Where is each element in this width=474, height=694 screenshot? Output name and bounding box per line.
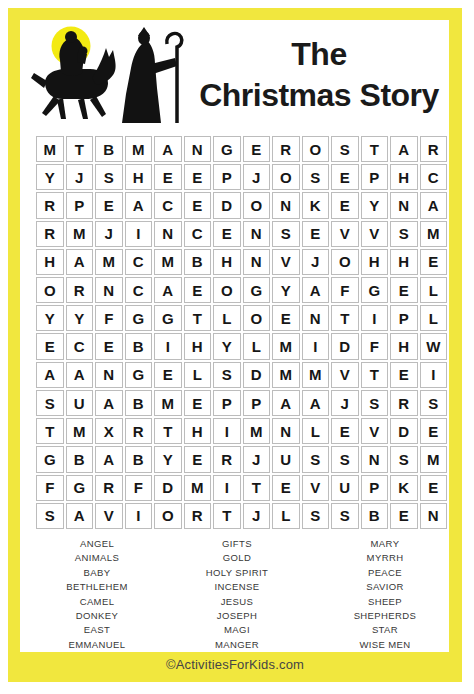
grid-cell-2-14[interactable]: C (420, 164, 448, 190)
grid-cell-5-12[interactable]: H (361, 249, 389, 275)
grid-cell-1-14[interactable]: R (420, 136, 448, 162)
grid-cell-11-4[interactable]: R (125, 418, 153, 444)
grid-cell-3-12[interactable]: Y (361, 192, 389, 218)
grid-cell-5-9[interactable]: V (272, 249, 300, 275)
grid-cell-12-5[interactable]: Y (154, 446, 182, 472)
grid-cell-1-8[interactable]: E (243, 136, 271, 162)
grid-cell-7-5[interactable]: G (154, 305, 182, 331)
grid-cell-4-4[interactable]: I (125, 221, 153, 247)
grid-cell-6-2[interactable]: R (66, 277, 94, 303)
grid-cell-5-5[interactable]: M (154, 249, 182, 275)
grid-cell-13-13[interactable]: K (390, 475, 418, 501)
grid-cell-9-14[interactable]: I (420, 362, 448, 388)
nativity-silhouette-icon (30, 24, 195, 128)
grid-cell-5-10[interactable]: J (302, 249, 330, 275)
grid-cell-9-5[interactable]: E (154, 362, 182, 388)
grid-cell-12-12[interactable]: N (361, 446, 389, 472)
word-item-angel: ANGEL (35, 537, 159, 551)
grid-cell-10-7[interactable]: P (213, 390, 241, 416)
grid-cell-1-13[interactable]: A (390, 136, 418, 162)
grid-cell-6-12[interactable]: G (361, 277, 389, 303)
grid-cell-9-13[interactable]: E (390, 362, 418, 388)
grid-cell-3-3[interactable]: E (95, 192, 123, 218)
grid-cell-9-1[interactable]: A (36, 362, 64, 388)
grid-cell-14-12[interactable]: B (361, 503, 389, 529)
grid-cell-2-1[interactable]: Y (36, 164, 64, 190)
grid-cell-2-2[interactable]: J (66, 164, 94, 190)
grid-cell-8-1[interactable]: E (36, 333, 64, 359)
grid-cell-11-11[interactable]: E (331, 418, 359, 444)
copyright-text: ©ActivitiesForKids.com (8, 657, 462, 672)
word-item-baby: BABY (35, 566, 159, 580)
grid-cell-8-5[interactable]: I (154, 333, 182, 359)
grid-cell-3-9[interactable]: N (272, 192, 300, 218)
grid-cell-11-10[interactable]: L (302, 418, 330, 444)
grid-cell-8-7[interactable]: Y (213, 333, 241, 359)
grid-cell-3-8[interactable]: O (243, 192, 271, 218)
page-title-line1: The (183, 36, 455, 73)
grid-cell-4-3[interactable]: J (95, 221, 123, 247)
grid-cell-9-9[interactable]: M (272, 362, 300, 388)
grid-cell-9-6[interactable]: L (184, 362, 212, 388)
grid-cell-9-11[interactable]: V (331, 362, 359, 388)
grid-cell-7-3[interactable]: F (95, 305, 123, 331)
grid-cell-9-2[interactable]: A (66, 362, 94, 388)
grid-cell-14-6[interactable]: R (184, 503, 212, 529)
grid-cell-14-10[interactable]: S (302, 503, 330, 529)
word-item-incense: INCENSE (175, 580, 299, 594)
grid-cell-8-14[interactable]: W (420, 333, 448, 359)
word-item-sheep: SHEEP (323, 595, 447, 609)
grid-cell-14-9[interactable]: L (272, 503, 300, 529)
grid-cell-5-3[interactable]: M (95, 249, 123, 275)
grid-cell-13-5[interactable]: D (154, 475, 182, 501)
grid-cell-12-10[interactable]: S (302, 446, 330, 472)
grid-cell-4-10[interactable]: E (302, 221, 330, 247)
grid-cell-13-3[interactable]: R (95, 475, 123, 501)
page-title-line2: Christmas Story (183, 77, 455, 114)
grid-cell-4-13[interactable]: S (390, 221, 418, 247)
grid-cell-11-7[interactable]: I (213, 418, 241, 444)
grid-cell-7-7[interactable]: L (213, 305, 241, 331)
word-item-myrrh: MYRRH (323, 551, 447, 565)
grid-cell-7-9[interactable]: E (272, 305, 300, 331)
grid-cell-12-2[interactable]: B (66, 446, 94, 472)
grid-cell-3-6[interactable]: E (184, 192, 212, 218)
grid-cell-12-8[interactable]: J (243, 446, 271, 472)
grid-cell-4-9[interactable]: S (272, 221, 300, 247)
grid-cell-12-4[interactable]: B (125, 446, 153, 472)
grid-cell-6-9[interactable]: Y (272, 277, 300, 303)
word-item-gold: GOLD (175, 551, 299, 565)
grid-cell-6-10[interactable]: A (302, 277, 330, 303)
word-item-jesus: JESUS (175, 595, 299, 609)
grid-cell-2-5[interactable]: E (154, 164, 182, 190)
grid-cell-1-12[interactable]: T (361, 136, 389, 162)
grid-cell-2-11[interactable]: E (331, 164, 359, 190)
grid-cell-13-7[interactable]: I (213, 475, 241, 501)
grid-cell-2-13[interactable]: H (390, 164, 418, 190)
grid-cell-10-14[interactable]: S (420, 390, 448, 416)
grid-cell-3-11[interactable]: E (331, 192, 359, 218)
grid-cell-13-11[interactable]: U (331, 475, 359, 501)
grid-cell-13-9[interactable]: E (272, 475, 300, 501)
grid-cell-7-12[interactable]: I (361, 305, 389, 331)
grid-cell-9-8[interactable]: D (243, 362, 271, 388)
grid-cell-3-13[interactable]: N (390, 192, 418, 218)
word-item-emmanuel: EMMANUEL (35, 638, 159, 652)
grid-cell-13-8[interactable]: T (243, 475, 271, 501)
grid-cell-4-8[interactable]: N (243, 221, 271, 247)
grid-cell-12-9[interactable]: U (272, 446, 300, 472)
grid-cell-5-8[interactable]: N (243, 249, 271, 275)
word-item-joseph: JOSEPH (175, 609, 299, 623)
grid-cell-6-7[interactable]: O (213, 277, 241, 303)
grid-cell-4-14[interactable]: M (420, 221, 448, 247)
grid-cell-12-14[interactable]: M (420, 446, 448, 472)
grid-cell-3-7[interactable]: D (213, 192, 241, 218)
grid-cell-6-5[interactable]: A (154, 277, 182, 303)
grid-cell-1-4[interactable]: M (125, 136, 153, 162)
grid-cell-6-4[interactable]: C (125, 277, 153, 303)
grid-cell-14-3[interactable]: V (95, 503, 123, 529)
grid-cell-14-13[interactable]: E (390, 503, 418, 529)
grid-cell-10-2[interactable]: U (66, 390, 94, 416)
grid-cell-7-4[interactable]: G (125, 305, 153, 331)
grid-cell-3-5[interactable]: C (154, 192, 182, 218)
grid-cell-8-6[interactable]: H (184, 333, 212, 359)
grid-cell-4-2[interactable]: M (66, 221, 94, 247)
grid-cell-14-8[interactable]: J (243, 503, 271, 529)
word-list-column-1: ANGELANIMALSBABYBETHLEHEMCAMELDONKEYEAST… (35, 537, 159, 652)
grid-cell-14-7[interactable]: T (213, 503, 241, 529)
word-item-wise-men: WISE MEN (323, 638, 447, 652)
grid-cell-8-8[interactable]: L (243, 333, 271, 359)
grid-cell-2-4[interactable]: H (125, 164, 153, 190)
grid-cell-12-11[interactable]: S (331, 446, 359, 472)
grid-cell-4-1[interactable]: R (36, 221, 64, 247)
grid-cell-4-5[interactable]: N (154, 221, 182, 247)
grid-cell-7-14[interactable]: L (420, 305, 448, 331)
grid-cell-7-8[interactable]: O (243, 305, 271, 331)
grid-cell-14-2[interactable]: A (66, 503, 94, 529)
grid-cell-10-11[interactable]: J (331, 390, 359, 416)
grid-cell-2-10[interactable]: S (302, 164, 330, 190)
grid-cell-10-13[interactable]: R (390, 390, 418, 416)
grid-cell-2-3[interactable]: S (95, 164, 123, 190)
grid-cell-5-14[interactable]: E (420, 249, 448, 275)
grid-cell-14-4[interactable]: I (125, 503, 153, 529)
grid-cell-10-3[interactable]: A (95, 390, 123, 416)
grid-cell-14-5[interactable]: O (154, 503, 182, 529)
grid-cell-6-1[interactable]: O (36, 277, 64, 303)
grid-cell-5-11[interactable]: O (331, 249, 359, 275)
grid-cell-4-11[interactable]: V (331, 221, 359, 247)
grid-cell-1-9[interactable]: R (272, 136, 300, 162)
grid-cell-10-1[interactable]: S (36, 390, 64, 416)
grid-cell-11-5[interactable]: T (154, 418, 182, 444)
grid-cell-3-2[interactable]: P (66, 192, 94, 218)
grid-cell-1-2[interactable]: T (66, 136, 94, 162)
grid-cell-1-1[interactable]: M (36, 136, 64, 162)
word-item-holy-spirit: HOLY SPIRIT (175, 566, 299, 580)
grid-cell-10-9[interactable]: A (272, 390, 300, 416)
grid-cell-10-5[interactable]: M (154, 390, 182, 416)
grid-cell-12-13[interactable]: S (390, 446, 418, 472)
grid-cell-10-4[interactable]: B (125, 390, 153, 416)
grid-cell-6-6[interactable]: E (184, 277, 212, 303)
grid-cell-13-2[interactable]: G (66, 475, 94, 501)
grid-cell-11-13[interactable]: D (390, 418, 418, 444)
grid-cell-11-3[interactable]: X (95, 418, 123, 444)
grid-cell-13-1[interactable]: F (36, 475, 64, 501)
word-search-grid: MTBMANGEROSTARYJSHEEPJOSEPHCRPEACEDONKEY… (36, 136, 447, 529)
grid-cell-7-6[interactable]: T (184, 305, 212, 331)
staff-icon (167, 33, 182, 123)
grid-cell-4-6[interactable]: C (184, 221, 212, 247)
word-item-donkey: DONKEY (35, 609, 159, 623)
word-item-peace: PEACE (323, 566, 447, 580)
grid-cell-7-1[interactable]: Y (36, 305, 64, 331)
grid-cell-6-14[interactable]: L (420, 277, 448, 303)
grid-cell-2-12[interactable]: P (361, 164, 389, 190)
grid-cell-8-4[interactable]: B (125, 333, 153, 359)
word-item-animals: ANIMALS (35, 551, 159, 565)
worksheet-page: The Christmas Story MTBMANGEROSTARYJSHEE… (0, 0, 474, 694)
grid-cell-13-12[interactable]: P (361, 475, 389, 501)
grid-cell-10-10[interactable]: A (302, 390, 330, 416)
grid-cell-14-1[interactable]: S (36, 503, 64, 529)
word-item-east: EAST (35, 623, 159, 637)
grid-cell-5-2[interactable]: A (66, 249, 94, 275)
grid-cell-12-1[interactable]: G (36, 446, 64, 472)
grid-cell-8-10[interactable]: I (302, 333, 330, 359)
grid-cell-8-12[interactable]: F (361, 333, 389, 359)
grid-cell-1-7[interactable]: G (213, 136, 241, 162)
grid-cell-4-7[interactable]: E (213, 221, 241, 247)
grid-cell-5-4[interactable]: C (125, 249, 153, 275)
grid-cell-1-10[interactable]: O (302, 136, 330, 162)
word-item-magi: MAGI (175, 623, 299, 637)
grid-cell-4-12[interactable]: V (361, 221, 389, 247)
grid-cell-1-5[interactable]: A (154, 136, 182, 162)
grid-cell-6-8[interactable]: G (243, 277, 271, 303)
grid-cell-5-1[interactable]: H (36, 249, 64, 275)
grid-cell-5-7[interactable]: H (213, 249, 241, 275)
grid-cell-13-10[interactable]: V (302, 475, 330, 501)
grid-cell-2-9[interactable]: O (272, 164, 300, 190)
grid-cell-3-14[interactable]: A (420, 192, 448, 218)
grid-cell-14-11[interactable]: S (331, 503, 359, 529)
grid-cell-1-6[interactable]: N (184, 136, 212, 162)
word-item-savior: SAVIOR (323, 580, 447, 594)
grid-cell-3-1[interactable]: R (36, 192, 64, 218)
grid-cell-8-11[interactable]: D (331, 333, 359, 359)
grid-cell-10-6[interactable]: E (184, 390, 212, 416)
grid-cell-3-10[interactable]: K (302, 192, 330, 218)
grid-cell-7-10[interactable]: N (302, 305, 330, 331)
grid-cell-6-3[interactable]: N (95, 277, 123, 303)
grid-cell-6-13[interactable]: E (390, 277, 418, 303)
grid-cell-12-6[interactable]: E (184, 446, 212, 472)
grid-cell-11-1[interactable]: T (36, 418, 64, 444)
grid-cell-13-14[interactable]: E (420, 475, 448, 501)
grid-cell-7-2[interactable]: Y (66, 305, 94, 331)
grid-cell-1-3[interactable]: B (95, 136, 123, 162)
grid-cell-10-8[interactable]: P (243, 390, 271, 416)
grid-cell-7-13[interactable]: P (390, 305, 418, 331)
grid-cell-11-12[interactable]: V (361, 418, 389, 444)
grid-cell-13-6[interactable]: M (184, 475, 212, 501)
grid-cell-2-6[interactable]: E (184, 164, 212, 190)
grid-cell-11-14[interactable]: E (420, 418, 448, 444)
word-item-star: STAR (323, 623, 447, 637)
grid-cell-2-8[interactable]: J (243, 164, 271, 190)
grid-cell-10-12[interactable]: S (361, 390, 389, 416)
word-item-mary: MARY (323, 537, 447, 551)
grid-cell-2-7[interactable]: P (213, 164, 241, 190)
grid-cell-9-12[interactable]: T (361, 362, 389, 388)
grid-cell-8-9[interactable]: M (272, 333, 300, 359)
grid-cell-11-2[interactable]: M (66, 418, 94, 444)
grid-cell-9-7[interactable]: S (213, 362, 241, 388)
word-item-camel: CAMEL (35, 595, 159, 609)
word-item-shepherds: SHEPHERDS (323, 609, 447, 623)
word-item-bethlehem: BETHLEHEM (35, 580, 159, 594)
grid-cell-3-4[interactable]: A (125, 192, 153, 218)
grid-cell-12-7[interactable]: R (213, 446, 241, 472)
grid-cell-5-6[interactable]: B (184, 249, 212, 275)
grid-cell-8-13[interactable]: H (390, 333, 418, 359)
word-list-column-3: MARYMYRRHPEACESAVIORSHEEPSHEPHERDSSTARWI… (323, 537, 447, 652)
grid-cell-8-2[interactable]: C (66, 333, 94, 359)
grid-cell-11-8[interactable]: M (243, 418, 271, 444)
word-item-manger: MANGER (175, 638, 299, 652)
grid-cell-9-3[interactable]: N (95, 362, 123, 388)
grid-cell-9-4[interactable]: G (125, 362, 153, 388)
mary-on-donkey-silhouette (31, 31, 116, 119)
word-list-column-2: GIFTSGOLDHOLY SPIRITINCENSEJESUSJOSEPHMA… (175, 537, 299, 652)
grid-cell-8-3[interactable]: E (95, 333, 123, 359)
grid-cell-7-11[interactable]: T (331, 305, 359, 331)
grid-cell-12-3[interactable]: A (95, 446, 123, 472)
grid-cell-5-13[interactable]: H (390, 249, 418, 275)
grid-cell-1-11[interactable]: S (331, 136, 359, 162)
grid-cell-9-10[interactable]: M (302, 362, 330, 388)
grid-cell-11-9[interactable]: N (272, 418, 300, 444)
grid-cell-14-14[interactable]: N (420, 503, 448, 529)
grid-cell-6-11[interactable]: F (331, 277, 359, 303)
joseph-silhouette (122, 27, 182, 123)
grid-cell-13-4[interactable]: F (125, 475, 153, 501)
grid-cell-11-6[interactable]: H (184, 418, 212, 444)
word-item-gifts: GIFTS (175, 537, 299, 551)
